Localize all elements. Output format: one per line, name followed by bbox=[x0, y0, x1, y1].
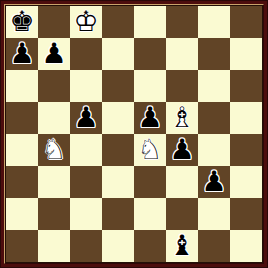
square-d7[interactable] bbox=[102, 38, 134, 70]
square-g1[interactable] bbox=[198, 230, 230, 262]
square-e5[interactable]: ♟ bbox=[134, 102, 166, 134]
square-d4[interactable] bbox=[102, 134, 134, 166]
square-g4[interactable] bbox=[198, 134, 230, 166]
square-f7[interactable] bbox=[166, 38, 198, 70]
black-pawn[interactable]: ♟ bbox=[6, 38, 38, 70]
square-c3[interactable] bbox=[70, 166, 102, 198]
square-b5[interactable] bbox=[38, 102, 70, 134]
square-d3[interactable] bbox=[102, 166, 134, 198]
square-h7[interactable] bbox=[230, 38, 262, 70]
square-f2[interactable] bbox=[166, 198, 198, 230]
black-king[interactable]: ♚ bbox=[6, 6, 38, 38]
square-c4[interactable] bbox=[70, 134, 102, 166]
square-g2[interactable] bbox=[198, 198, 230, 230]
square-d8[interactable] bbox=[102, 6, 134, 38]
white-knight[interactable]: ♞♘ bbox=[134, 134, 166, 166]
square-e1[interactable] bbox=[134, 230, 166, 262]
white-knight[interactable]: ♞♘ bbox=[38, 134, 70, 166]
square-c6[interactable] bbox=[70, 70, 102, 102]
square-d6[interactable] bbox=[102, 70, 134, 102]
square-e4[interactable]: ♞♘ bbox=[134, 134, 166, 166]
square-h3[interactable] bbox=[230, 166, 262, 198]
square-g6[interactable] bbox=[198, 70, 230, 102]
square-a8[interactable]: ♚ bbox=[6, 6, 38, 38]
square-b4[interactable]: ♞♘ bbox=[38, 134, 70, 166]
black-pawn[interactable]: ♟ bbox=[70, 102, 102, 134]
chess-board-frame: ♚♚♔♟♟♟♟♝♗♞♘♞♘♟♟♝ bbox=[0, 0, 268, 268]
black-pawn[interactable]: ♟ bbox=[134, 102, 166, 134]
square-h8[interactable] bbox=[230, 6, 262, 38]
square-b1[interactable] bbox=[38, 230, 70, 262]
black-pawn[interactable]: ♟ bbox=[166, 134, 198, 166]
piece-outline-layer: ♘ bbox=[38, 134, 70, 166]
square-f1[interactable]: ♝ bbox=[166, 230, 198, 262]
square-a6[interactable] bbox=[6, 70, 38, 102]
square-e8[interactable] bbox=[134, 6, 166, 38]
square-c2[interactable] bbox=[70, 198, 102, 230]
square-e7[interactable] bbox=[134, 38, 166, 70]
square-f8[interactable] bbox=[166, 6, 198, 38]
black-pawn[interactable]: ♟ bbox=[198, 166, 230, 198]
board-edge: ♚♚♔♟♟♟♟♝♗♞♘♞♘♟♟♝ bbox=[5, 5, 263, 263]
square-b2[interactable] bbox=[38, 198, 70, 230]
square-c8[interactable]: ♚♔ bbox=[70, 6, 102, 38]
square-a5[interactable] bbox=[6, 102, 38, 134]
square-b6[interactable] bbox=[38, 70, 70, 102]
square-h6[interactable] bbox=[230, 70, 262, 102]
black-bishop[interactable]: ♝ bbox=[166, 230, 198, 262]
square-h2[interactable] bbox=[230, 198, 262, 230]
chess-board: ♚♚♔♟♟♟♟♝♗♞♘♞♘♟♟♝ bbox=[6, 6, 262, 262]
square-a2[interactable] bbox=[6, 198, 38, 230]
square-e6[interactable] bbox=[134, 70, 166, 102]
white-king[interactable]: ♚♔ bbox=[70, 6, 102, 38]
square-b8[interactable] bbox=[38, 6, 70, 38]
square-f6[interactable] bbox=[166, 70, 198, 102]
square-d5[interactable] bbox=[102, 102, 134, 134]
square-b3[interactable] bbox=[38, 166, 70, 198]
square-g7[interactable] bbox=[198, 38, 230, 70]
piece-outline-layer: ♗ bbox=[166, 102, 198, 134]
square-g5[interactable] bbox=[198, 102, 230, 134]
square-c5[interactable]: ♟ bbox=[70, 102, 102, 134]
black-pawn[interactable]: ♟ bbox=[38, 38, 70, 70]
square-d1[interactable] bbox=[102, 230, 134, 262]
square-f4[interactable]: ♟ bbox=[166, 134, 198, 166]
square-h1[interactable] bbox=[230, 230, 262, 262]
square-a4[interactable] bbox=[6, 134, 38, 166]
piece-outline-layer: ♔ bbox=[70, 6, 102, 38]
square-a7[interactable]: ♟ bbox=[6, 38, 38, 70]
square-f3[interactable] bbox=[166, 166, 198, 198]
board-bevel: ♚♚♔♟♟♟♟♝♗♞♘♞♘♟♟♝ bbox=[4, 4, 264, 264]
square-h4[interactable] bbox=[230, 134, 262, 166]
piece-outline-layer: ♘ bbox=[134, 134, 166, 166]
square-a1[interactable] bbox=[6, 230, 38, 262]
square-c1[interactable] bbox=[70, 230, 102, 262]
square-g8[interactable] bbox=[198, 6, 230, 38]
white-bishop[interactable]: ♝♗ bbox=[166, 102, 198, 134]
square-h5[interactable] bbox=[230, 102, 262, 134]
square-a3[interactable] bbox=[6, 166, 38, 198]
square-d2[interactable] bbox=[102, 198, 134, 230]
square-g3[interactable]: ♟ bbox=[198, 166, 230, 198]
square-e2[interactable] bbox=[134, 198, 166, 230]
square-c7[interactable] bbox=[70, 38, 102, 70]
square-b7[interactable]: ♟ bbox=[38, 38, 70, 70]
square-e3[interactable] bbox=[134, 166, 166, 198]
square-f5[interactable]: ♝♗ bbox=[166, 102, 198, 134]
